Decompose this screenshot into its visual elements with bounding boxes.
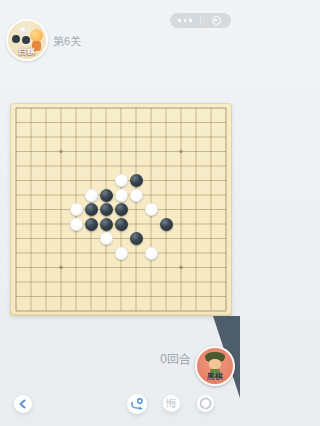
star-point <box>59 266 63 270</box>
more-icon <box>184 19 187 22</box>
restart-arrow-icon <box>199 397 212 410</box>
hint-icon <box>130 397 144 411</box>
stone-white <box>130 189 143 202</box>
more-menu-button[interactable] <box>170 19 200 22</box>
avatar-character-face <box>209 359 221 369</box>
gomoku-board[interactable] <box>10 103 232 316</box>
stone-black <box>130 232 143 245</box>
avatar-white-player: 白棋 <box>6 19 48 61</box>
level-label: 第6关 <box>53 34 81 49</box>
stone-black <box>85 203 98 216</box>
stone-white <box>85 189 98 202</box>
round-counter: 0回合 <box>160 351 191 368</box>
black-player-label: 黑棋 <box>197 371 233 382</box>
stone-white <box>70 218 83 231</box>
stone-black <box>115 203 128 216</box>
star-point <box>179 150 183 154</box>
undo-button[interactable]: 悔 <box>163 395 180 412</box>
stone-white <box>115 189 128 202</box>
stone-black <box>115 218 128 231</box>
stone-black <box>85 218 98 231</box>
stone-black <box>100 218 113 231</box>
close-circle-icon <box>212 16 221 25</box>
more-icon <box>178 19 181 22</box>
avatar-decoration-black-stone <box>12 35 20 43</box>
back-chevron-icon <box>17 398 29 410</box>
avatar-black-player: 黑棋 <box>195 346 235 386</box>
stone-white <box>145 203 158 216</box>
stone-white <box>115 174 128 187</box>
stone-white <box>115 247 128 260</box>
stone-white <box>145 247 158 260</box>
restart-button[interactable] <box>197 395 214 412</box>
stone-black <box>100 189 113 202</box>
miniprogram-capsule <box>170 13 231 28</box>
undo-label: 悔 <box>166 396 177 411</box>
back-button[interactable] <box>14 395 32 413</box>
more-icon <box>189 19 192 22</box>
stone-black <box>100 203 113 216</box>
stone-white <box>70 203 83 216</box>
avatar-decoration-black-stone <box>22 36 30 44</box>
stone-white <box>100 232 113 245</box>
stone-black <box>160 218 173 231</box>
stone-black <box>130 174 143 187</box>
avatar-decoration-white-stone <box>20 27 27 34</box>
star-point <box>59 150 63 154</box>
hint-button[interactable] <box>127 394 147 414</box>
white-player-label: 白棋 <box>8 46 46 57</box>
exit-button[interactable] <box>201 16 231 25</box>
star-point <box>179 266 183 270</box>
